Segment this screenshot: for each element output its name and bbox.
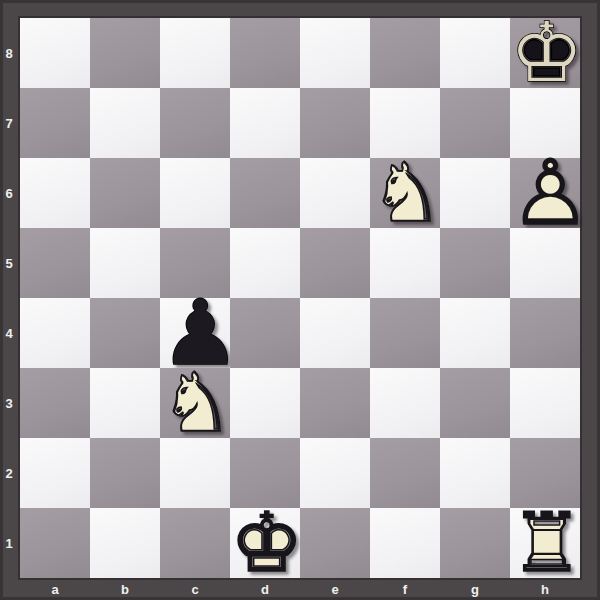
square-b8[interactable] (90, 18, 160, 88)
square-f4[interactable] (370, 298, 440, 368)
black-king-detail: ♔ (510, 18, 580, 88)
square-a5[interactable] (20, 228, 90, 298)
square-e5[interactable] (300, 228, 370, 298)
white-pawn-detail: ♙ (510, 158, 580, 228)
white-knight[interactable]: ♞♘ (160, 368, 230, 438)
white-knight[interactable]: ♞♘ (370, 158, 440, 228)
square-f2[interactable] (370, 438, 440, 508)
square-g3[interactable] (440, 368, 510, 438)
square-b3[interactable] (90, 368, 160, 438)
square-e4[interactable] (300, 298, 370, 368)
white-knight-detail: ♘ (370, 158, 440, 228)
square-g5[interactable] (440, 228, 510, 298)
black-king[interactable]: ♚♔ (510, 18, 580, 88)
rank-label-1: 1 (0, 508, 18, 578)
square-b4[interactable] (90, 298, 160, 368)
file-label-f: f (370, 579, 440, 600)
square-c1[interactable] (160, 508, 230, 578)
square-g7[interactable] (440, 88, 510, 158)
rank-label-2: 2 (0, 438, 18, 508)
board: ♚♔♞♘♟♙♟♙♞♘♚♔♜♖ (20, 18, 580, 578)
square-f8[interactable] (370, 18, 440, 88)
square-g4[interactable] (440, 298, 510, 368)
square-d1[interactable]: ♚♔ (230, 508, 300, 578)
file-label-e: e (300, 579, 370, 600)
white-rook-detail: ♖ (510, 508, 580, 578)
square-c3[interactable]: ♞♘ (160, 368, 230, 438)
square-c7[interactable] (160, 88, 230, 158)
square-h4[interactable] (510, 298, 580, 368)
file-label-c: c (160, 579, 230, 600)
square-h5[interactable] (510, 228, 580, 298)
square-f5[interactable] (370, 228, 440, 298)
square-g1[interactable] (440, 508, 510, 578)
square-h6[interactable]: ♟♙ (510, 158, 580, 228)
rank-label-3: 3 (0, 368, 18, 438)
square-b6[interactable] (90, 158, 160, 228)
square-e8[interactable] (300, 18, 370, 88)
square-e3[interactable] (300, 368, 370, 438)
file-label-d: d (230, 579, 300, 600)
board-outline: ♚♔♞♘♟♙♟♙♞♘♚♔♜♖ (18, 16, 582, 580)
rank-label-7: 7 (0, 88, 18, 158)
square-a8[interactable] (20, 18, 90, 88)
square-a4[interactable] (20, 298, 90, 368)
square-a2[interactable] (20, 438, 90, 508)
square-f6[interactable]: ♞♘ (370, 158, 440, 228)
white-rook[interactable]: ♜♖ (510, 508, 580, 578)
square-f3[interactable] (370, 368, 440, 438)
square-d6[interactable] (230, 158, 300, 228)
chess-board-frame: ♚♔♞♘♟♙♟♙♞♘♚♔♜♖ 87654321 abcdefgh (0, 0, 600, 600)
square-h1[interactable]: ♜♖ (510, 508, 580, 578)
square-a3[interactable] (20, 368, 90, 438)
rank-label-8: 8 (0, 18, 18, 88)
square-g2[interactable] (440, 438, 510, 508)
rank-label-4: 4 (0, 298, 18, 368)
square-a1[interactable] (20, 508, 90, 578)
square-c2[interactable] (160, 438, 230, 508)
file-label-a: a (20, 579, 90, 600)
square-g6[interactable] (440, 158, 510, 228)
white-king[interactable]: ♚♔ (230, 508, 300, 578)
square-b1[interactable] (90, 508, 160, 578)
square-a6[interactable] (20, 158, 90, 228)
square-c6[interactable] (160, 158, 230, 228)
square-h3[interactable] (510, 368, 580, 438)
square-b5[interactable] (90, 228, 160, 298)
white-pawn[interactable]: ♟♙ (510, 158, 580, 228)
square-c8[interactable] (160, 18, 230, 88)
square-e2[interactable] (300, 438, 370, 508)
file-label-b: b (90, 579, 160, 600)
square-b7[interactable] (90, 88, 160, 158)
square-d8[interactable] (230, 18, 300, 88)
square-h8[interactable]: ♚♔ (510, 18, 580, 88)
square-f1[interactable] (370, 508, 440, 578)
file-label-h: h (510, 579, 580, 600)
square-d7[interactable] (230, 88, 300, 158)
square-d4[interactable] (230, 298, 300, 368)
white-knight-detail: ♘ (160, 368, 230, 438)
square-g8[interactable] (440, 18, 510, 88)
rank-label-6: 6 (0, 158, 18, 228)
square-e7[interactable] (300, 88, 370, 158)
white-king-detail: ♔ (230, 508, 300, 578)
file-label-g: g (440, 579, 510, 600)
square-e6[interactable] (300, 158, 370, 228)
square-e1[interactable] (300, 508, 370, 578)
square-b2[interactable] (90, 438, 160, 508)
rank-label-5: 5 (0, 228, 18, 298)
square-d3[interactable] (230, 368, 300, 438)
square-a7[interactable] (20, 88, 90, 158)
